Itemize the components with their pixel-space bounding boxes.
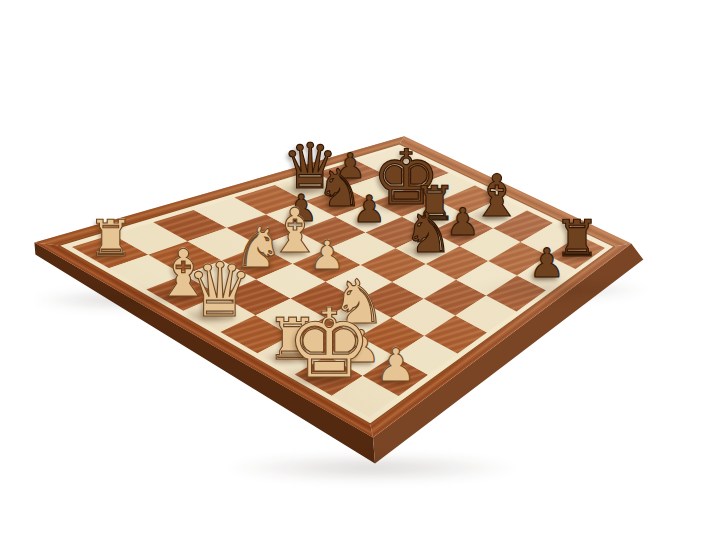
piece-white-rook-a1[interactable]: ♜ — [88, 213, 133, 263]
piece-white-king-g1[interactable]: ♚ — [286, 297, 372, 393]
piece-black-pawn-c6[interactable]: ♟ — [352, 191, 385, 228]
piece-white-queen-d1[interactable]: ♛ — [186, 253, 253, 328]
piece-black-pawn-h7[interactable]: ♟ — [529, 244, 565, 284]
piece-black-knight-e6[interactable]: ♞ — [403, 205, 453, 261]
chess-photo-stage: ♜♝♛♜♚♟♟♞♞♝♟♟♛♞♟♞♟♚♜♟♟♝♜ — [0, 0, 720, 540]
piece-white-pawn-h2[interactable]: ♟ — [375, 343, 416, 389]
